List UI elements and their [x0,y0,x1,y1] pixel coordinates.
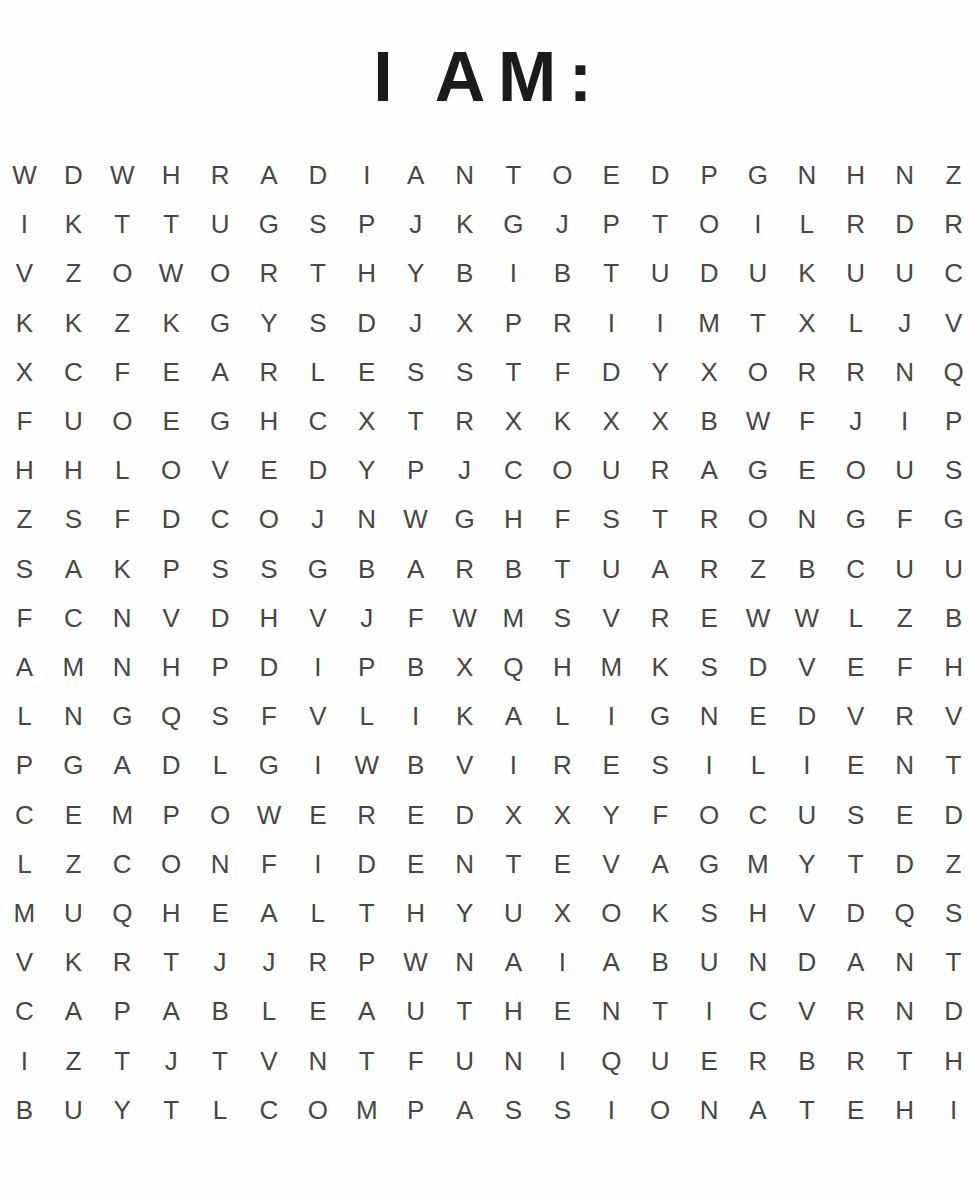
grid-cell-r20c11[interactable]: S [489,1086,538,1135]
grid-cell-r15c14[interactable]: A [636,840,685,889]
grid-cell-r20c2[interactable]: U [49,1086,98,1135]
grid-cell-r19c17[interactable]: B [782,1037,831,1086]
grid-cell-r8c11[interactable]: H [489,495,538,544]
grid-cell-r7c12[interactable]: O [538,446,587,495]
grid-cell-r14c2[interactable]: E [49,791,98,840]
grid-cell-r10c2[interactable]: C [49,594,98,643]
grid-cell-r1c10[interactable]: N [440,151,489,200]
grid-cell-r11c19[interactable]: F [880,643,929,692]
grid-cell-r16c10[interactable]: Y [440,889,489,938]
grid-cell-r14c18[interactable]: S [831,791,880,840]
grid-cell-r13c15[interactable]: I [685,741,734,790]
grid-cell-r16c11[interactable]: U [489,889,538,938]
grid-cell-r8c16[interactable]: O [734,495,783,544]
grid-cell-r18c18[interactable]: R [831,987,880,1036]
grid-cell-r1c15[interactable]: P [685,151,734,200]
grid-cell-r14c7[interactable]: E [293,791,342,840]
grid-cell-r18c11[interactable]: H [489,987,538,1036]
grid-cell-r12c17[interactable]: D [782,692,831,741]
grid-cell-r11c11[interactable]: Q [489,643,538,692]
grid-cell-r17c7[interactable]: R [293,938,342,987]
grid-cell-r10c1[interactable]: F [0,594,49,643]
grid-cell-r16c9[interactable]: H [391,889,440,938]
grid-cell-r15c18[interactable]: T [831,840,880,889]
grid-cell-r15c15[interactable]: G [685,840,734,889]
grid-cell-r16c6[interactable]: A [245,889,294,938]
grid-cell-r14c12[interactable]: X [538,791,587,840]
grid-cell-r20c6[interactable]: C [245,1086,294,1135]
grid-cell-r5c9[interactable]: S [391,348,440,397]
grid-cell-r3c17[interactable]: K [782,249,831,298]
grid-cell-r10c11[interactable]: M [489,594,538,643]
grid-cell-r18c17[interactable]: V [782,987,831,1036]
grid-cell-r6c17[interactable]: F [782,397,831,446]
grid-cell-r7c16[interactable]: G [734,446,783,495]
grid-cell-r3c1[interactable]: V [0,249,49,298]
grid-cell-r12c1[interactable]: L [0,692,49,741]
grid-cell-r2c6[interactable]: G [245,200,294,249]
grid-cell-r7c4[interactable]: O [147,446,196,495]
grid-cell-r17c13[interactable]: A [587,938,636,987]
grid-cell-r8c8[interactable]: N [342,495,391,544]
grid-cell-r3c15[interactable]: D [685,249,734,298]
grid-cell-r11c14[interactable]: K [636,643,685,692]
grid-cell-r14c3[interactable]: M [98,791,147,840]
grid-cell-r10c20[interactable]: B [929,594,978,643]
grid-cell-r10c16[interactable]: W [734,594,783,643]
grid-cell-r14c19[interactable]: E [880,791,929,840]
grid-cell-r13c20[interactable]: T [929,741,978,790]
grid-cell-r14c15[interactable]: O [685,791,734,840]
grid-cell-r13c3[interactable]: A [98,741,147,790]
grid-cell-r20c8[interactable]: M [342,1086,391,1135]
grid-cell-r12c2[interactable]: N [49,692,98,741]
grid-cell-r9c4[interactable]: P [147,545,196,594]
grid-cell-r3c20[interactable]: C [929,249,978,298]
grid-cell-r3c18[interactable]: U [831,249,880,298]
grid-cell-r10c3[interactable]: N [98,594,147,643]
grid-cell-r13c2[interactable]: G [49,741,98,790]
grid-cell-r17c17[interactable]: D [782,938,831,987]
grid-cell-r16c12[interactable]: X [538,889,587,938]
grid-cell-r20c14[interactable]: O [636,1086,685,1135]
grid-cell-r16c1[interactable]: M [0,889,49,938]
grid-cell-r12c14[interactable]: G [636,692,685,741]
grid-cell-r19c12[interactable]: I [538,1037,587,1086]
grid-cell-r7c1[interactable]: H [0,446,49,495]
grid-cell-r15c10[interactable]: N [440,840,489,889]
grid-cell-r14c13[interactable]: Y [587,791,636,840]
grid-cell-r9c20[interactable]: U [929,545,978,594]
grid-cell-r2c12[interactable]: J [538,200,587,249]
grid-cell-r20c18[interactable]: E [831,1086,880,1135]
grid-cell-r12c5[interactable]: S [196,692,245,741]
grid-cell-r14c8[interactable]: R [342,791,391,840]
grid-cell-r20c9[interactable]: P [391,1086,440,1135]
grid-cell-r8c14[interactable]: T [636,495,685,544]
grid-cell-r9c7[interactable]: G [293,545,342,594]
grid-cell-r8c5[interactable]: C [196,495,245,544]
grid-cell-r2c9[interactable]: J [391,200,440,249]
grid-cell-r7c5[interactable]: V [196,446,245,495]
grid-cell-r13c4[interactable]: D [147,741,196,790]
grid-cell-r4c11[interactable]: P [489,299,538,348]
grid-cell-r19c15[interactable]: E [685,1037,734,1086]
grid-cell-r2c18[interactable]: R [831,200,880,249]
grid-cell-r20c16[interactable]: A [734,1086,783,1135]
grid-cell-r3c19[interactable]: U [880,249,929,298]
grid-cell-r4c8[interactable]: D [342,299,391,348]
grid-cell-r13c9[interactable]: B [391,741,440,790]
grid-cell-r5c2[interactable]: C [49,348,98,397]
grid-cell-r19c5[interactable]: T [196,1037,245,1086]
grid-cell-r11c13[interactable]: M [587,643,636,692]
grid-cell-r3c11[interactable]: I [489,249,538,298]
grid-cell-r20c12[interactable]: S [538,1086,587,1135]
grid-cell-r8c10[interactable]: G [440,495,489,544]
grid-cell-r14c5[interactable]: O [196,791,245,840]
grid-cell-r9c18[interactable]: C [831,545,880,594]
grid-cell-r9c17[interactable]: B [782,545,831,594]
grid-cell-r16c18[interactable]: D [831,889,880,938]
grid-cell-r3c8[interactable]: H [342,249,391,298]
grid-cell-r17c3[interactable]: R [98,938,147,987]
grid-cell-r10c10[interactable]: W [440,594,489,643]
grid-cell-r18c1[interactable]: C [0,987,49,1036]
grid-cell-r18c10[interactable]: T [440,987,489,1036]
grid-cell-r5c5[interactable]: A [196,348,245,397]
grid-cell-r5c12[interactable]: F [538,348,587,397]
grid-cell-r12c13[interactable]: I [587,692,636,741]
grid-cell-r8c3[interactable]: F [98,495,147,544]
grid-cell-r6c1[interactable]: F [0,397,49,446]
grid-cell-r12c12[interactable]: L [538,692,587,741]
grid-cell-r16c4[interactable]: H [147,889,196,938]
grid-cell-r10c12[interactable]: S [538,594,587,643]
grid-cell-r4c10[interactable]: X [440,299,489,348]
grid-cell-r16c5[interactable]: E [196,889,245,938]
grid-cell-r18c16[interactable]: C [734,987,783,1036]
grid-cell-r4c20[interactable]: V [929,299,978,348]
grid-cell-r17c6[interactable]: J [245,938,294,987]
grid-cell-r7c9[interactable]: P [391,446,440,495]
grid-cell-r15c5[interactable]: N [196,840,245,889]
grid-cell-r6c2[interactable]: U [49,397,98,446]
grid-cell-r14c16[interactable]: C [734,791,783,840]
grid-cell-r16c20[interactable]: S [929,889,978,938]
grid-cell-r5c1[interactable]: X [0,348,49,397]
grid-cell-r10c6[interactable]: H [245,594,294,643]
grid-cell-r10c5[interactable]: D [196,594,245,643]
grid-cell-r16c7[interactable]: L [293,889,342,938]
grid-cell-r2c14[interactable]: T [636,200,685,249]
grid-cell-r3c3[interactable]: O [98,249,147,298]
grid-cell-r19c16[interactable]: R [734,1037,783,1086]
grid-cell-r8c15[interactable]: R [685,495,734,544]
grid-cell-r12c15[interactable]: N [685,692,734,741]
grid-cell-r20c17[interactable]: T [782,1086,831,1135]
grid-cell-r16c19[interactable]: Q [880,889,929,938]
grid-cell-r11c12[interactable]: H [538,643,587,692]
grid-cell-r6c3[interactable]: O [98,397,147,446]
grid-cell-r15c7[interactable]: I [293,840,342,889]
grid-cell-r16c14[interactable]: K [636,889,685,938]
grid-cell-r7c2[interactable]: H [49,446,98,495]
grid-cell-r14c4[interactable]: P [147,791,196,840]
grid-cell-r19c6[interactable]: V [245,1037,294,1086]
grid-cell-r20c10[interactable]: A [440,1086,489,1135]
grid-cell-r12c8[interactable]: L [342,692,391,741]
grid-cell-r13c5[interactable]: L [196,741,245,790]
grid-cell-r10c9[interactable]: F [391,594,440,643]
grid-cell-r6c9[interactable]: T [391,397,440,446]
grid-cell-r2c16[interactable]: I [734,200,783,249]
grid-cell-r16c2[interactable]: U [49,889,98,938]
grid-cell-r2c8[interactable]: P [342,200,391,249]
grid-cell-r4c13[interactable]: I [587,299,636,348]
grid-cell-r2c7[interactable]: S [293,200,342,249]
grid-cell-r6c19[interactable]: I [880,397,929,446]
grid-cell-r9c15[interactable]: R [685,545,734,594]
grid-cell-r8c13[interactable]: S [587,495,636,544]
grid-cell-r1c2[interactable]: D [49,151,98,200]
grid-cell-r16c16[interactable]: H [734,889,783,938]
grid-cell-r8c18[interactable]: G [831,495,880,544]
grid-cell-r14c10[interactable]: D [440,791,489,840]
grid-cell-r12c11[interactable]: A [489,692,538,741]
grid-cell-r3c13[interactable]: T [587,249,636,298]
grid-cell-r17c4[interactable]: T [147,938,196,987]
grid-cell-r1c4[interactable]: H [147,151,196,200]
grid-cell-r1c9[interactable]: A [391,151,440,200]
grid-cell-r12c16[interactable]: E [734,692,783,741]
grid-cell-r13c12[interactable]: R [538,741,587,790]
grid-cell-r15c6[interactable]: F [245,840,294,889]
grid-cell-r4c9[interactable]: J [391,299,440,348]
grid-cell-r9c2[interactable]: A [49,545,98,594]
grid-cell-r5c8[interactable]: E [342,348,391,397]
grid-cell-r11c5[interactable]: P [196,643,245,692]
grid-cell-r15c4[interactable]: O [147,840,196,889]
grid-cell-r5c11[interactable]: T [489,348,538,397]
grid-cell-r2c15[interactable]: O [685,200,734,249]
grid-cell-r15c2[interactable]: Z [49,840,98,889]
grid-cell-r19c20[interactable]: H [929,1037,978,1086]
grid-cell-r12c6[interactable]: F [245,692,294,741]
grid-cell-r5c13[interactable]: D [587,348,636,397]
grid-cell-r10c14[interactable]: R [636,594,685,643]
grid-cell-r14c6[interactable]: W [245,791,294,840]
grid-cell-r14c17[interactable]: U [782,791,831,840]
grid-cell-r1c3[interactable]: W [98,151,147,200]
grid-cell-r4c6[interactable]: Y [245,299,294,348]
grid-cell-r1c11[interactable]: T [489,151,538,200]
grid-cell-r9c16[interactable]: Z [734,545,783,594]
grid-cell-r20c13[interactable]: I [587,1086,636,1135]
grid-cell-r20c7[interactable]: O [293,1086,342,1135]
grid-cell-r7c17[interactable]: E [782,446,831,495]
grid-cell-r11c4[interactable]: H [147,643,196,692]
grid-cell-r11c16[interactable]: D [734,643,783,692]
grid-cell-r6c16[interactable]: W [734,397,783,446]
grid-cell-r15c1[interactable]: L [0,840,49,889]
grid-cell-r18c7[interactable]: E [293,987,342,1036]
grid-cell-r2c2[interactable]: K [49,200,98,249]
grid-cell-r11c6[interactable]: D [245,643,294,692]
grid-cell-r1c13[interactable]: E [587,151,636,200]
grid-cell-r20c19[interactable]: H [880,1086,929,1135]
grid-cell-r18c12[interactable]: E [538,987,587,1036]
grid-cell-r19c9[interactable]: F [391,1037,440,1086]
grid-cell-r12c9[interactable]: I [391,692,440,741]
grid-cell-r5c20[interactable]: Q [929,348,978,397]
grid-cell-r20c3[interactable]: Y [98,1086,147,1135]
grid-cell-r11c3[interactable]: N [98,643,147,692]
grid-cell-r15c11[interactable]: T [489,840,538,889]
grid-cell-r2c13[interactable]: P [587,200,636,249]
grid-cell-r13c11[interactable]: I [489,741,538,790]
grid-cell-r11c1[interactable]: A [0,643,49,692]
grid-cell-r4c15[interactable]: M [685,299,734,348]
grid-cell-r15c13[interactable]: V [587,840,636,889]
grid-cell-r2c10[interactable]: K [440,200,489,249]
grid-cell-r5c14[interactable]: Y [636,348,685,397]
grid-cell-r13c8[interactable]: W [342,741,391,790]
grid-cell-r13c19[interactable]: N [880,741,929,790]
grid-cell-r3c5[interactable]: O [196,249,245,298]
grid-cell-r6c12[interactable]: K [538,397,587,446]
grid-cell-r2c4[interactable]: T [147,200,196,249]
grid-cell-r5c19[interactable]: N [880,348,929,397]
grid-cell-r1c1[interactable]: W [0,151,49,200]
grid-cell-r14c20[interactable]: D [929,791,978,840]
grid-cell-r1c6[interactable]: A [245,151,294,200]
grid-cell-r3c14[interactable]: U [636,249,685,298]
grid-cell-r4c18[interactable]: L [831,299,880,348]
grid-cell-r2c1[interactable]: I [0,200,49,249]
grid-cell-r18c2[interactable]: A [49,987,98,1036]
grid-cell-r9c6[interactable]: S [245,545,294,594]
grid-cell-r3c9[interactable]: Y [391,249,440,298]
grid-cell-r6c11[interactable]: X [489,397,538,446]
grid-cell-r9c5[interactable]: S [196,545,245,594]
grid-cell-r19c10[interactable]: U [440,1037,489,1086]
grid-cell-r11c18[interactable]: E [831,643,880,692]
grid-cell-r9c13[interactable]: U [587,545,636,594]
grid-cell-r9c19[interactable]: U [880,545,929,594]
grid-cell-r8c17[interactable]: N [782,495,831,544]
grid-cell-r3c12[interactable]: B [538,249,587,298]
grid-cell-r6c7[interactable]: C [293,397,342,446]
grid-cell-r19c18[interactable]: R [831,1037,880,1086]
grid-cell-r20c5[interactable]: L [196,1086,245,1135]
grid-cell-r9c8[interactable]: B [342,545,391,594]
grid-cell-r19c4[interactable]: J [147,1037,196,1086]
grid-cell-r9c1[interactable]: S [0,545,49,594]
grid-cell-r7c20[interactable]: S [929,446,978,495]
grid-cell-r8c1[interactable]: Z [0,495,49,544]
grid-cell-r14c11[interactable]: X [489,791,538,840]
grid-cell-r18c6[interactable]: L [245,987,294,1036]
grid-cell-r3c4[interactable]: W [147,249,196,298]
grid-cell-r13c10[interactable]: V [440,741,489,790]
grid-cell-r2c17[interactable]: L [782,200,831,249]
grid-cell-r4c7[interactable]: S [293,299,342,348]
grid-cell-r13c6[interactable]: G [245,741,294,790]
grid-cell-r6c5[interactable]: G [196,397,245,446]
grid-cell-r18c20[interactable]: D [929,987,978,1036]
grid-cell-r8c7[interactable]: J [293,495,342,544]
grid-cell-r16c13[interactable]: O [587,889,636,938]
grid-cell-r19c19[interactable]: T [880,1037,929,1086]
grid-cell-r12c4[interactable]: Q [147,692,196,741]
grid-cell-r1c12[interactable]: O [538,151,587,200]
grid-cell-r17c1[interactable]: V [0,938,49,987]
grid-cell-r5c15[interactable]: X [685,348,734,397]
grid-cell-r17c5[interactable]: J [196,938,245,987]
grid-cell-r5c7[interactable]: L [293,348,342,397]
grid-cell-r6c8[interactable]: X [342,397,391,446]
grid-cell-r15c19[interactable]: D [880,840,929,889]
grid-cell-r17c16[interactable]: N [734,938,783,987]
grid-cell-r9c9[interactable]: A [391,545,440,594]
grid-cell-r20c20[interactable]: I [929,1086,978,1135]
grid-cell-r20c4[interactable]: T [147,1086,196,1135]
grid-cell-r9c14[interactable]: A [636,545,685,594]
grid-cell-r2c20[interactable]: R [929,200,978,249]
grid-cell-r7c3[interactable]: L [98,446,147,495]
grid-cell-r17c10[interactable]: N [440,938,489,987]
grid-cell-r20c15[interactable]: N [685,1086,734,1135]
grid-cell-r4c12[interactable]: R [538,299,587,348]
grid-cell-r5c17[interactable]: R [782,348,831,397]
grid-cell-r11c2[interactable]: M [49,643,98,692]
grid-cell-r1c20[interactable]: Z [929,151,978,200]
grid-cell-r17c12[interactable]: I [538,938,587,987]
grid-cell-r19c1[interactable]: I [0,1037,49,1086]
grid-cell-r1c18[interactable]: H [831,151,880,200]
grid-cell-r3c2[interactable]: Z [49,249,98,298]
grid-cell-r17c8[interactable]: P [342,938,391,987]
grid-cell-r4c17[interactable]: X [782,299,831,348]
grid-cell-r6c20[interactable]: P [929,397,978,446]
grid-cell-r6c14[interactable]: X [636,397,685,446]
grid-cell-r6c4[interactable]: E [147,397,196,446]
grid-cell-r9c3[interactable]: K [98,545,147,594]
grid-cell-r2c5[interactable]: U [196,200,245,249]
grid-cell-r15c3[interactable]: C [98,840,147,889]
grid-cell-r13c7[interactable]: I [293,741,342,790]
grid-cell-r19c11[interactable]: N [489,1037,538,1086]
grid-cell-r4c1[interactable]: K [0,299,49,348]
grid-cell-r17c15[interactable]: U [685,938,734,987]
grid-cell-r3c6[interactable]: R [245,249,294,298]
grid-cell-r1c7[interactable]: D [293,151,342,200]
grid-cell-r7c6[interactable]: E [245,446,294,495]
grid-cell-r16c15[interactable]: S [685,889,734,938]
grid-cell-r20c1[interactable]: B [0,1086,49,1135]
grid-cell-r18c3[interactable]: P [98,987,147,1036]
grid-cell-r14c1[interactable]: C [0,791,49,840]
grid-cell-r5c6[interactable]: R [245,348,294,397]
grid-cell-r4c2[interactable]: K [49,299,98,348]
grid-cell-r12c7[interactable]: V [293,692,342,741]
grid-cell-r13c18[interactable]: E [831,741,880,790]
grid-cell-r18c13[interactable]: N [587,987,636,1036]
grid-cell-r11c20[interactable]: H [929,643,978,692]
grid-cell-r18c9[interactable]: U [391,987,440,1036]
grid-cell-r13c17[interactable]: I [782,741,831,790]
